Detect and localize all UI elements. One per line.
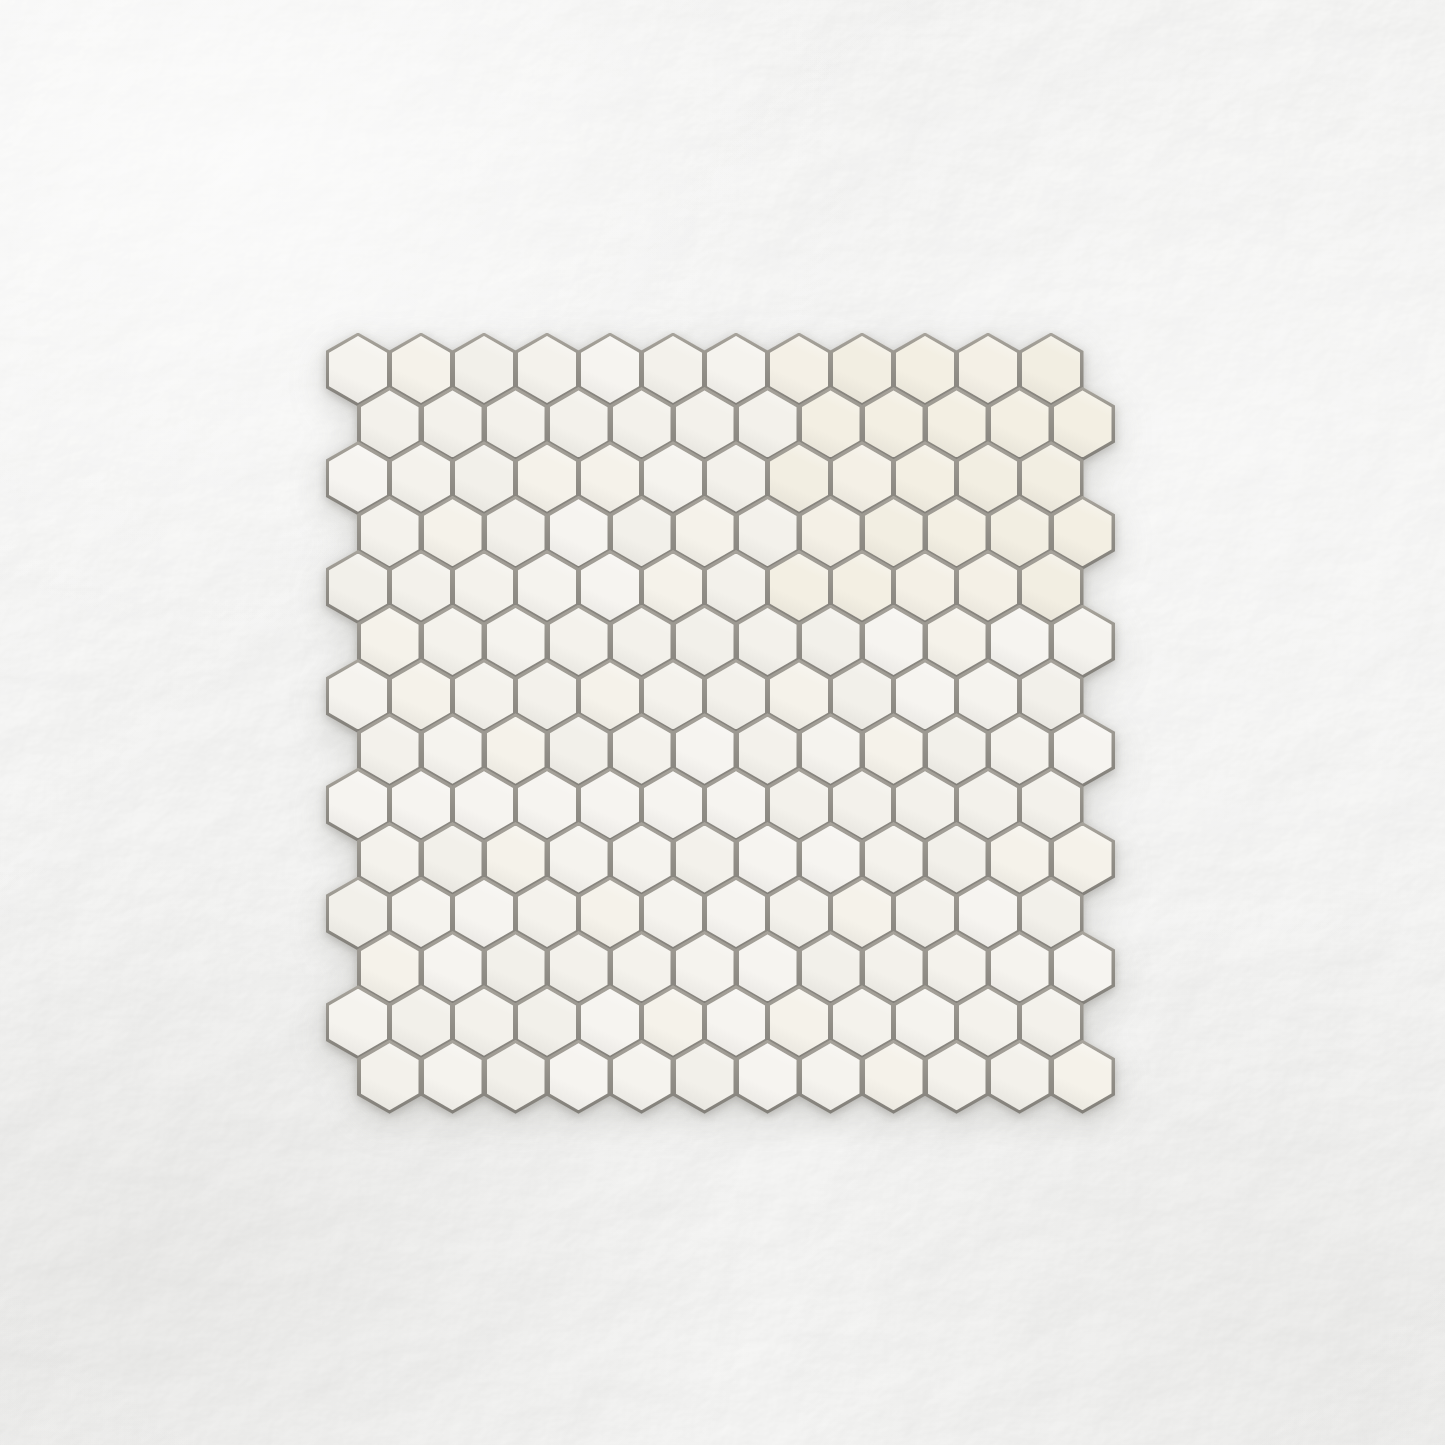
mosaic-sheet	[0, 0, 1445, 1445]
photo-scene	[0, 0, 1445, 1445]
